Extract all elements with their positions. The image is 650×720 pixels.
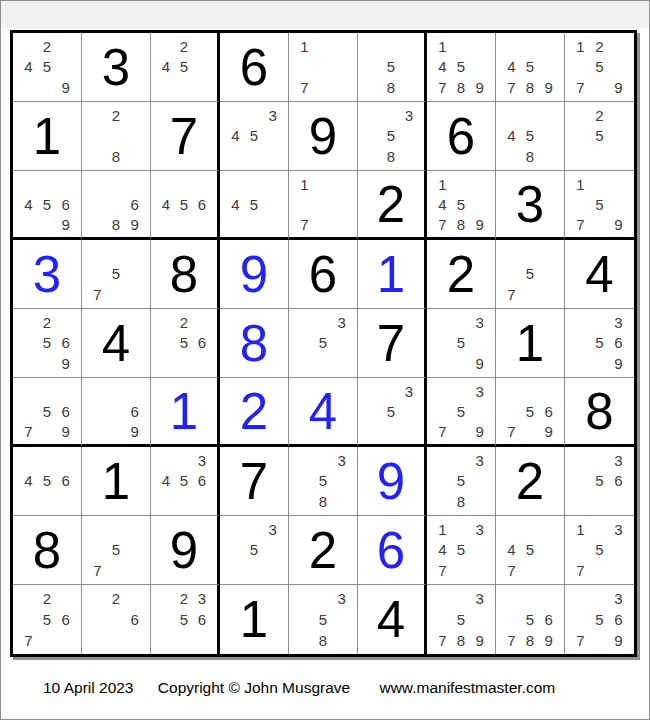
candidate-9: 9 bbox=[56, 214, 75, 234]
candidate-2: 2 bbox=[175, 36, 193, 57]
cell-r8c7[interactable]: 13457 bbox=[427, 516, 496, 585]
cell-r5c4[interactable]: 8 bbox=[220, 309, 289, 378]
candidate-5: 5 bbox=[590, 194, 609, 214]
given-digit: 7 bbox=[240, 456, 268, 507]
candidate-7: 7 bbox=[502, 421, 521, 441]
pencil-marks: 35 bbox=[220, 516, 288, 584]
cell-r9c3[interactable]: 2356 bbox=[151, 585, 220, 654]
pencil-marks: 3579 bbox=[427, 378, 495, 444]
cell-r3c6[interactable]: 2 bbox=[358, 171, 427, 240]
pencil-marks: 256 bbox=[151, 309, 217, 377]
cell-r7c3[interactable]: 3456 bbox=[151, 447, 220, 516]
cell-r6c4[interactable]: 2 bbox=[220, 378, 289, 447]
cell-r9c7[interactable]: 35789 bbox=[427, 585, 496, 654]
candidate-4: 4 bbox=[433, 194, 452, 214]
cell-r7c4[interactable]: 7 bbox=[220, 447, 289, 516]
candidate-5: 5 bbox=[452, 333, 471, 354]
cell-r9c6[interactable]: 4 bbox=[358, 585, 427, 654]
given-digit: 6 bbox=[447, 111, 475, 162]
cell-r2c2[interactable]: 28 bbox=[82, 102, 151, 171]
candidate-2: 2 bbox=[38, 36, 57, 57]
pencil-marks: 4569 bbox=[13, 171, 81, 237]
candidate-8: 8 bbox=[314, 630, 333, 651]
given-digit: 1 bbox=[240, 594, 268, 645]
cell-r6c7[interactable]: 3579 bbox=[427, 378, 496, 447]
given-digit: 3 bbox=[102, 42, 130, 93]
pencil-marks: 35789 bbox=[427, 585, 495, 654]
candidate-6: 6 bbox=[193, 471, 211, 492]
candidate-9: 9 bbox=[609, 77, 628, 98]
cell-r3c3[interactable]: 456 bbox=[151, 171, 220, 240]
candidate-5: 5 bbox=[38, 401, 57, 421]
candidate-5: 5 bbox=[175, 333, 193, 354]
cell-r9c5[interactable]: 358 bbox=[289, 585, 358, 654]
candidate-4: 4 bbox=[502, 57, 521, 78]
candidate-4: 4 bbox=[157, 57, 175, 78]
cell-r7c9[interactable]: 356 bbox=[565, 447, 634, 516]
cell-r4c8[interactable]: 57 bbox=[496, 240, 565, 309]
pencil-marks: 358 bbox=[358, 102, 424, 170]
given-digit: 1 bbox=[516, 318, 544, 369]
candidate-4: 4 bbox=[19, 471, 38, 492]
cell-r4c2[interactable]: 57 bbox=[82, 240, 151, 309]
cell-r3c9[interactable]: 1579 bbox=[565, 171, 634, 240]
cell-r6c3[interactable]: 1 bbox=[151, 378, 220, 447]
candidate-9: 9 bbox=[56, 353, 75, 374]
candidate-4: 4 bbox=[502, 126, 521, 147]
candidate-5: 5 bbox=[38, 333, 57, 354]
candidate-3: 3 bbox=[193, 450, 211, 471]
candidate-6: 6 bbox=[193, 333, 211, 354]
cell-r7c8[interactable]: 2 bbox=[496, 447, 565, 516]
candidate-3: 3 bbox=[332, 312, 351, 333]
candidate-5: 5 bbox=[590, 57, 609, 78]
cell-r1c8[interactable]: 45789 bbox=[496, 33, 565, 102]
cell-r9c2[interactable]: 26 bbox=[82, 585, 151, 654]
candidate-5: 5 bbox=[521, 126, 540, 147]
candidate-7: 7 bbox=[19, 630, 38, 651]
given-digit: 2 bbox=[309, 525, 337, 576]
candidate-9: 9 bbox=[609, 630, 628, 651]
cell-r4c3[interactable]: 8 bbox=[151, 240, 220, 309]
candidate-5: 5 bbox=[452, 471, 471, 492]
candidate-9: 9 bbox=[609, 214, 628, 234]
candidate-6: 6 bbox=[125, 194, 144, 214]
cell-r6c1[interactable]: 5679 bbox=[13, 378, 82, 447]
candidate-3: 3 bbox=[470, 588, 489, 609]
candidate-5: 5 bbox=[521, 57, 540, 78]
pencil-marks: 145789 bbox=[427, 171, 495, 237]
candidate-5: 5 bbox=[382, 57, 400, 78]
footer: 10 April 2023 Copyright © John Musgrave … bbox=[43, 679, 555, 697]
candidate-8: 8 bbox=[521, 77, 540, 98]
cell-r3c2[interactable]: 689 bbox=[82, 171, 151, 240]
given-digit: 6 bbox=[309, 249, 337, 300]
cell-r2c5[interactable]: 9 bbox=[289, 102, 358, 171]
candidate-4: 4 bbox=[226, 126, 245, 147]
solved-digit: 9 bbox=[377, 456, 405, 507]
candidate-5: 5 bbox=[590, 333, 609, 354]
cell-r3c1[interactable]: 4569 bbox=[13, 171, 82, 240]
cell-r1c7[interactable]: 145789 bbox=[427, 33, 496, 102]
cell-r4c4[interactable]: 9 bbox=[220, 240, 289, 309]
candidate-6: 6 bbox=[193, 194, 211, 214]
cell-r5c1[interactable]: 2569 bbox=[13, 309, 82, 378]
cell-r3c5[interactable]: 17 bbox=[289, 171, 358, 240]
candidate-6: 6 bbox=[609, 471, 628, 492]
footer-date: 10 April 2023 bbox=[43, 679, 134, 696]
given-digit: 1 bbox=[33, 111, 61, 162]
candidate-5: 5 bbox=[107, 540, 126, 561]
candidate-5: 5 bbox=[107, 264, 126, 285]
pencil-marks: 5679 bbox=[496, 378, 564, 444]
solved-digit: 4 bbox=[309, 386, 337, 437]
candidate-3: 3 bbox=[400, 105, 418, 126]
pencil-marks: 1579 bbox=[565, 171, 634, 237]
pencil-marks: 2356 bbox=[151, 585, 217, 654]
candidate-2: 2 bbox=[590, 36, 609, 57]
candidate-4: 4 bbox=[226, 194, 245, 214]
pencil-marks: 13457 bbox=[427, 516, 495, 584]
pencil-marks: 456 bbox=[13, 447, 81, 515]
candidate-8: 8 bbox=[107, 214, 126, 234]
candidate-8: 8 bbox=[452, 491, 471, 512]
candidate-5: 5 bbox=[175, 471, 193, 492]
candidate-7: 7 bbox=[433, 421, 452, 441]
cell-r5c2[interactable]: 4 bbox=[82, 309, 151, 378]
solved-digit: 1 bbox=[377, 249, 405, 300]
cell-r7c1[interactable]: 456 bbox=[13, 447, 82, 516]
candidate-2: 2 bbox=[175, 588, 193, 609]
candidate-6: 6 bbox=[125, 401, 144, 421]
pencil-marks: 12579 bbox=[565, 33, 634, 101]
candidate-9: 9 bbox=[56, 77, 75, 98]
pencil-marks: 35 bbox=[289, 309, 357, 377]
cell-r8c6[interactable]: 6 bbox=[358, 516, 427, 585]
given-digit: 8 bbox=[170, 249, 198, 300]
candidate-9: 9 bbox=[56, 421, 75, 441]
candidate-7: 7 bbox=[433, 560, 452, 581]
cell-r3c7[interactable]: 145789 bbox=[427, 171, 496, 240]
cell-r6c2[interactable]: 69 bbox=[82, 378, 151, 447]
candidate-2: 2 bbox=[590, 105, 609, 126]
candidate-1: 1 bbox=[571, 519, 590, 540]
candidate-5: 5 bbox=[38, 471, 57, 492]
cell-r6c5[interactable]: 4 bbox=[289, 378, 358, 447]
candidate-9: 9 bbox=[125, 421, 144, 441]
candidate-5: 5 bbox=[245, 194, 264, 214]
candidate-1: 1 bbox=[295, 174, 314, 194]
cell-r5c5[interactable]: 35 bbox=[289, 309, 358, 378]
cell-r1c2[interactable]: 3 bbox=[82, 33, 151, 102]
solved-digit: 2 bbox=[240, 386, 268, 437]
cell-r2c7[interactable]: 6 bbox=[427, 102, 496, 171]
candidate-9: 9 bbox=[539, 421, 558, 441]
pencil-marks: 359 bbox=[427, 309, 495, 377]
candidate-7: 7 bbox=[295, 77, 314, 98]
pencil-marks: 245 bbox=[151, 33, 217, 101]
candidate-5: 5 bbox=[314, 609, 333, 630]
footer-copyright: Copyright © John Musgrave bbox=[158, 679, 350, 696]
pencil-marks: 26 bbox=[82, 585, 150, 654]
given-digit: 9 bbox=[309, 111, 337, 162]
cell-r7c6[interactable]: 9 bbox=[358, 447, 427, 516]
cell-r1c6[interactable]: 58 bbox=[358, 33, 427, 102]
candidate-6: 6 bbox=[56, 194, 75, 214]
pencil-marks: 5679 bbox=[13, 378, 81, 444]
candidate-9: 9 bbox=[470, 630, 489, 651]
cell-r5c3[interactable]: 256 bbox=[151, 309, 220, 378]
candidate-6: 6 bbox=[56, 609, 75, 630]
candidate-9: 9 bbox=[125, 214, 144, 234]
candidate-3: 3 bbox=[609, 450, 628, 471]
candidate-9: 9 bbox=[609, 353, 628, 374]
cell-r5c7[interactable]: 359 bbox=[427, 309, 496, 378]
cell-r9c1[interactable]: 2567 bbox=[13, 585, 82, 654]
candidate-5: 5 bbox=[590, 540, 609, 561]
pencil-marks: 45 bbox=[220, 171, 288, 237]
pencil-marks: 35 bbox=[358, 378, 424, 444]
pencil-marks: 358 bbox=[427, 447, 495, 515]
candidate-6: 6 bbox=[56, 471, 75, 492]
candidate-5: 5 bbox=[521, 540, 540, 561]
given-digit: 8 bbox=[33, 525, 61, 576]
candidate-5: 5 bbox=[175, 57, 193, 78]
candidate-8: 8 bbox=[107, 146, 126, 167]
candidate-5: 5 bbox=[38, 609, 57, 630]
cell-r9c8[interactable]: 56789 bbox=[496, 585, 565, 654]
cell-r1c1[interactable]: 2459 bbox=[13, 33, 82, 102]
candidate-5: 5 bbox=[245, 540, 264, 561]
candidate-5: 5 bbox=[38, 57, 57, 78]
cell-r9c9[interactable]: 35679 bbox=[565, 585, 634, 654]
candidate-5: 5 bbox=[175, 609, 193, 630]
candidate-3: 3 bbox=[470, 450, 489, 471]
candidate-9: 9 bbox=[470, 421, 489, 441]
cell-r6c9[interactable]: 8 bbox=[565, 378, 634, 447]
candidate-7: 7 bbox=[502, 284, 521, 305]
given-digit: 4 bbox=[102, 318, 130, 369]
candidate-3: 3 bbox=[193, 588, 211, 609]
pencil-marks: 457 bbox=[496, 516, 564, 584]
sudoku-board: 2459324561758145789457891257912873459358… bbox=[10, 30, 637, 657]
cell-r8c3[interactable]: 9 bbox=[151, 516, 220, 585]
solved-digit: 6 bbox=[377, 525, 405, 576]
candidate-2: 2 bbox=[38, 588, 57, 609]
candidate-5: 5 bbox=[452, 194, 471, 214]
pencil-marks: 17 bbox=[289, 171, 357, 237]
pencil-marks: 2567 bbox=[13, 585, 81, 654]
candidate-9: 9 bbox=[470, 77, 489, 98]
given-digit: 7 bbox=[170, 111, 198, 162]
pencil-marks: 358 bbox=[289, 585, 357, 654]
pencil-marks: 345 bbox=[220, 102, 288, 170]
solved-digit: 8 bbox=[240, 318, 268, 369]
candidate-8: 8 bbox=[452, 630, 471, 651]
cell-r8c4[interactable]: 35 bbox=[220, 516, 289, 585]
candidate-7: 7 bbox=[502, 77, 521, 98]
cell-r4c9[interactable]: 4 bbox=[565, 240, 634, 309]
cell-r8c8[interactable]: 457 bbox=[496, 516, 565, 585]
candidate-5: 5 bbox=[314, 333, 333, 354]
cell-r2c9[interactable]: 25 bbox=[565, 102, 634, 171]
candidate-4: 4 bbox=[157, 471, 175, 492]
candidate-6: 6 bbox=[539, 401, 558, 421]
cell-r5c9[interactable]: 3569 bbox=[565, 309, 634, 378]
candidate-6: 6 bbox=[609, 609, 628, 630]
cell-r2c8[interactable]: 458 bbox=[496, 102, 565, 171]
given-digit: 2 bbox=[377, 179, 405, 230]
candidate-9: 9 bbox=[470, 353, 489, 374]
pencil-marks: 57 bbox=[82, 240, 150, 308]
candidate-1: 1 bbox=[433, 36, 452, 57]
cell-r1c9[interactable]: 12579 bbox=[565, 33, 634, 102]
candidate-3: 3 bbox=[609, 588, 628, 609]
cell-r8c2[interactable]: 57 bbox=[82, 516, 151, 585]
cell-r5c8[interactable]: 1 bbox=[496, 309, 565, 378]
cell-r4c5[interactable]: 6 bbox=[289, 240, 358, 309]
given-digit: 2 bbox=[447, 249, 475, 300]
candidate-2: 2 bbox=[107, 105, 126, 126]
given-digit: 8 bbox=[585, 386, 613, 437]
cell-r8c1[interactable]: 8 bbox=[13, 516, 82, 585]
candidate-4: 4 bbox=[157, 194, 175, 214]
candidate-3: 3 bbox=[332, 588, 351, 609]
candidate-4: 4 bbox=[433, 540, 452, 561]
candidate-7: 7 bbox=[571, 77, 590, 98]
cell-r2c4[interactable]: 345 bbox=[220, 102, 289, 171]
candidate-1: 1 bbox=[571, 174, 590, 194]
given-digit: 2 bbox=[516, 456, 544, 507]
cell-r1c5[interactable]: 17 bbox=[289, 33, 358, 102]
top-margin-strip bbox=[1, 1, 649, 28]
candidate-7: 7 bbox=[571, 630, 590, 651]
cell-r9c4[interactable]: 1 bbox=[220, 585, 289, 654]
cell-r4c7[interactable]: 2 bbox=[427, 240, 496, 309]
candidate-5: 5 bbox=[38, 194, 57, 214]
pencil-marks: 2569 bbox=[13, 309, 81, 377]
candidate-3: 3 bbox=[609, 519, 628, 540]
candidate-4: 4 bbox=[19, 194, 38, 214]
pencil-marks: 145789 bbox=[427, 33, 495, 101]
cell-r1c3[interactable]: 245 bbox=[151, 33, 220, 102]
candidate-5: 5 bbox=[382, 126, 400, 147]
candidate-5: 5 bbox=[521, 609, 540, 630]
pencil-marks: 456 bbox=[151, 171, 217, 237]
candidate-1: 1 bbox=[433, 174, 452, 194]
candidate-8: 8 bbox=[452, 214, 471, 234]
cell-r3c4[interactable]: 45 bbox=[220, 171, 289, 240]
candidate-1: 1 bbox=[433, 519, 452, 540]
given-digit: 4 bbox=[377, 594, 405, 645]
cell-r3c8[interactable]: 3 bbox=[496, 171, 565, 240]
candidate-7: 7 bbox=[88, 560, 107, 581]
candidate-3: 3 bbox=[609, 312, 628, 333]
candidate-4: 4 bbox=[433, 57, 452, 78]
candidate-1: 1 bbox=[571, 36, 590, 57]
cell-r2c3[interactable]: 7 bbox=[151, 102, 220, 171]
candidate-3: 3 bbox=[263, 105, 282, 126]
candidate-5: 5 bbox=[382, 401, 400, 421]
candidate-5: 5 bbox=[521, 401, 540, 421]
candidate-9: 9 bbox=[539, 77, 558, 98]
pencil-marks: 17 bbox=[289, 33, 357, 101]
candidate-9: 9 bbox=[470, 214, 489, 234]
pencil-marks: 69 bbox=[82, 378, 150, 444]
cell-r7c5[interactable]: 358 bbox=[289, 447, 358, 516]
candidate-4: 4 bbox=[19, 57, 38, 78]
pencil-marks: 2459 bbox=[13, 33, 81, 101]
candidate-5: 5 bbox=[521, 264, 540, 285]
pencil-marks: 25 bbox=[565, 102, 634, 170]
cell-r7c2[interactable]: 1 bbox=[82, 447, 151, 516]
candidate-7: 7 bbox=[433, 214, 452, 234]
cell-r4c6[interactable]: 1 bbox=[358, 240, 427, 309]
candidate-5: 5 bbox=[175, 194, 193, 214]
candidate-7: 7 bbox=[295, 214, 314, 234]
candidate-5: 5 bbox=[590, 471, 609, 492]
candidate-7: 7 bbox=[433, 77, 452, 98]
given-digit: 7 bbox=[377, 318, 405, 369]
candidate-5: 5 bbox=[452, 401, 471, 421]
cell-r7c7[interactable]: 358 bbox=[427, 447, 496, 516]
solved-digit: 3 bbox=[33, 249, 61, 300]
cell-r4c1[interactable]: 3 bbox=[13, 240, 82, 309]
cell-r5c6[interactable]: 7 bbox=[358, 309, 427, 378]
pencil-marks: 28 bbox=[82, 102, 150, 170]
candidate-2: 2 bbox=[38, 312, 57, 333]
cell-r2c1[interactable]: 1 bbox=[13, 102, 82, 171]
candidate-3: 3 bbox=[470, 381, 489, 401]
candidate-5: 5 bbox=[590, 609, 609, 630]
candidate-7: 7 bbox=[433, 630, 452, 651]
candidate-7: 7 bbox=[502, 560, 521, 581]
candidate-5: 5 bbox=[452, 609, 471, 630]
candidate-7: 7 bbox=[88, 284, 107, 305]
candidate-8: 8 bbox=[382, 77, 400, 98]
cell-r1c4[interactable]: 6 bbox=[220, 33, 289, 102]
solved-digit: 9 bbox=[240, 249, 268, 300]
pencil-marks: 57 bbox=[82, 516, 150, 584]
pencil-marks: 689 bbox=[82, 171, 150, 237]
given-digit: 1 bbox=[102, 456, 130, 507]
candidate-3: 3 bbox=[400, 381, 418, 401]
candidate-7: 7 bbox=[19, 421, 38, 441]
pencil-marks: 58 bbox=[358, 33, 424, 101]
cell-r8c9[interactable]: 1357 bbox=[565, 516, 634, 585]
candidate-7: 7 bbox=[502, 630, 521, 651]
candidate-3: 3 bbox=[263, 519, 282, 540]
candidate-8: 8 bbox=[382, 146, 400, 167]
candidate-5: 5 bbox=[245, 126, 264, 147]
candidate-5: 5 bbox=[590, 126, 609, 147]
cell-r2c6[interactable]: 358 bbox=[358, 102, 427, 171]
candidate-8: 8 bbox=[521, 630, 540, 651]
candidate-3: 3 bbox=[332, 450, 351, 471]
cell-r6c8[interactable]: 5679 bbox=[496, 378, 565, 447]
solved-digit: 1 bbox=[170, 386, 198, 437]
candidate-5: 5 bbox=[314, 471, 333, 492]
pencil-marks: 57 bbox=[496, 240, 564, 308]
candidate-6: 6 bbox=[609, 333, 628, 354]
candidate-7: 7 bbox=[571, 560, 590, 581]
candidate-4: 4 bbox=[502, 540, 521, 561]
cell-r6c6[interactable]: 35 bbox=[358, 378, 427, 447]
cell-r8c5[interactable]: 2 bbox=[289, 516, 358, 585]
candidate-6: 6 bbox=[56, 401, 75, 421]
pencil-marks: 3569 bbox=[565, 309, 634, 377]
candidate-8: 8 bbox=[521, 146, 540, 167]
